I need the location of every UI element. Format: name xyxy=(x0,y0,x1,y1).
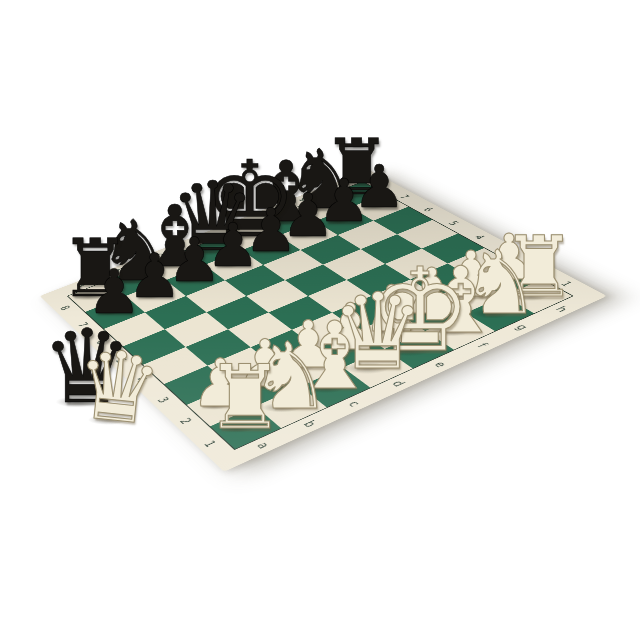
extra-queen-white[interactable]: ♛ xyxy=(70,335,166,439)
piece-white-rook-a1[interactable]: ♜ xyxy=(206,354,285,442)
chess-set-photo: abcdefgh abcdefgh 87654321 87654321 ♜♞♝♛… xyxy=(0,0,640,640)
